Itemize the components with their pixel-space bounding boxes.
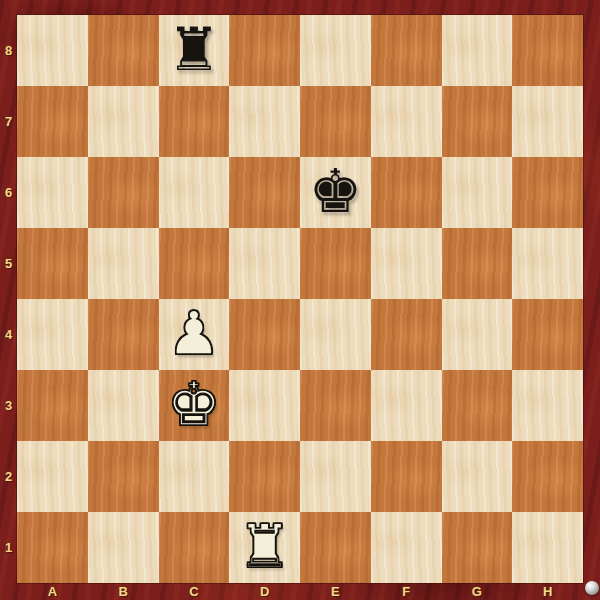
corner-pin-icon	[585, 581, 599, 595]
square-d2[interactable]	[229, 441, 300, 512]
square-e3[interactable]	[300, 370, 371, 441]
square-d6[interactable]	[229, 157, 300, 228]
square-f6[interactable]	[371, 157, 442, 228]
piece-black-king[interactable]: ♚	[308, 161, 362, 221]
square-a5[interactable]	[17, 228, 88, 299]
chess-board: ♜♚♟♚♜	[17, 15, 583, 583]
square-a4[interactable]	[17, 299, 88, 370]
square-b5[interactable]	[88, 228, 159, 299]
square-a1[interactable]	[17, 512, 88, 583]
square-d5[interactable]	[229, 228, 300, 299]
square-b8[interactable]	[88, 15, 159, 86]
square-e1[interactable]	[300, 512, 371, 583]
rank-label-1: 1	[0, 512, 17, 583]
square-g2[interactable]	[442, 441, 513, 512]
square-b1[interactable]	[88, 512, 159, 583]
file-label-b: B	[88, 584, 159, 600]
square-c1[interactable]	[159, 512, 230, 583]
square-h3[interactable]	[512, 370, 583, 441]
square-c7[interactable]	[159, 86, 230, 157]
piece-black-rook[interactable]: ♜	[167, 19, 221, 79]
square-f2[interactable]	[371, 441, 442, 512]
rank-label-4: 4	[0, 299, 17, 370]
piece-white-pawn[interactable]: ♟	[167, 303, 221, 363]
square-f3[interactable]	[371, 370, 442, 441]
square-g8[interactable]	[442, 15, 513, 86]
square-b6[interactable]	[88, 157, 159, 228]
square-b4[interactable]	[88, 299, 159, 370]
square-d4[interactable]	[229, 299, 300, 370]
square-h6[interactable]	[512, 157, 583, 228]
square-g1[interactable]	[442, 512, 513, 583]
file-label-e: E	[300, 584, 371, 600]
square-f8[interactable]	[371, 15, 442, 86]
square-g5[interactable]	[442, 228, 513, 299]
rank-label-2: 2	[0, 441, 17, 512]
piece-white-rook[interactable]: ♜	[238, 516, 292, 576]
rank-label-6: 6	[0, 157, 17, 228]
square-a3[interactable]	[17, 370, 88, 441]
file-label-f: F	[371, 584, 442, 600]
square-f1[interactable]	[371, 512, 442, 583]
square-e5[interactable]	[300, 228, 371, 299]
rank-label-3: 3	[0, 370, 17, 441]
file-label-c: C	[159, 584, 230, 600]
square-a6[interactable]	[17, 157, 88, 228]
square-h5[interactable]	[512, 228, 583, 299]
square-e2[interactable]	[300, 441, 371, 512]
square-c5[interactable]	[159, 228, 230, 299]
square-e6[interactable]: ♚	[300, 157, 371, 228]
chess-app-window: ♜♚♟♚♜ 87654321ABCDEFGH	[0, 0, 600, 600]
square-g6[interactable]	[442, 157, 513, 228]
square-g7[interactable]	[442, 86, 513, 157]
square-h8[interactable]	[512, 15, 583, 86]
square-f4[interactable]	[371, 299, 442, 370]
rank-label-7: 7	[0, 86, 17, 157]
square-c4[interactable]: ♟	[159, 299, 230, 370]
square-c8[interactable]: ♜	[159, 15, 230, 86]
file-label-d: D	[229, 584, 300, 600]
rank-label-5: 5	[0, 228, 17, 299]
square-d3[interactable]	[229, 370, 300, 441]
square-h2[interactable]	[512, 441, 583, 512]
square-d7[interactable]	[229, 86, 300, 157]
square-a7[interactable]	[17, 86, 88, 157]
square-e8[interactable]	[300, 15, 371, 86]
file-label-a: A	[17, 584, 88, 600]
square-f7[interactable]	[371, 86, 442, 157]
file-label-g: G	[442, 584, 513, 600]
square-c2[interactable]	[159, 441, 230, 512]
square-b2[interactable]	[88, 441, 159, 512]
square-h7[interactable]	[512, 86, 583, 157]
square-b7[interactable]	[88, 86, 159, 157]
square-e7[interactable]	[300, 86, 371, 157]
square-a2[interactable]	[17, 441, 88, 512]
square-d8[interactable]	[229, 15, 300, 86]
square-e4[interactable]	[300, 299, 371, 370]
file-label-h: H	[512, 584, 583, 600]
square-a8[interactable]	[17, 15, 88, 86]
square-g4[interactable]	[442, 299, 513, 370]
piece-white-king[interactable]: ♚	[167, 374, 221, 434]
square-h4[interactable]	[512, 299, 583, 370]
square-h1[interactable]	[512, 512, 583, 583]
rank-label-8: 8	[0, 15, 17, 86]
square-b3[interactable]	[88, 370, 159, 441]
square-d1[interactable]: ♜	[229, 512, 300, 583]
square-c6[interactable]	[159, 157, 230, 228]
square-c3[interactable]: ♚	[159, 370, 230, 441]
square-g3[interactable]	[442, 370, 513, 441]
square-f5[interactable]	[371, 228, 442, 299]
